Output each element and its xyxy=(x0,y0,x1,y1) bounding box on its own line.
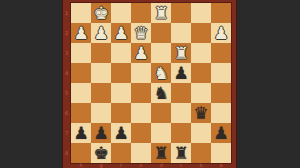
square-e1[interactable] xyxy=(131,3,151,23)
square-c8[interactable]: ♜ xyxy=(171,143,191,163)
rank-label-6: 6 xyxy=(63,103,70,123)
square-e6[interactable] xyxy=(131,103,151,123)
square-f8[interactable] xyxy=(111,143,131,163)
file-label-g: g xyxy=(91,163,111,168)
rank-label-1: 1 xyxy=(63,3,70,23)
square-h5[interactable] xyxy=(71,83,91,103)
square-c7[interactable] xyxy=(171,123,191,143)
square-b1[interactable] xyxy=(191,3,211,23)
square-a8[interactable] xyxy=(211,143,231,163)
square-d5[interactable]: ♞ xyxy=(151,83,171,103)
square-b8[interactable] xyxy=(191,143,211,163)
square-b4[interactable] xyxy=(191,63,211,83)
square-f7[interactable]: ♟ xyxy=(111,123,131,143)
piece-black-pawn: ♟ xyxy=(71,123,91,143)
piece-white-pawn: ♟ xyxy=(211,23,231,43)
letterboxed-screenshot: ♚♜♟♟♟♛♟♟♜♞♟♞♛♟♟♟♟♚♜♜ 12345678 hgfedcba xyxy=(0,0,300,168)
square-a1[interactable] xyxy=(211,3,231,23)
square-h8[interactable] xyxy=(71,143,91,163)
square-g3[interactable] xyxy=(91,43,111,63)
piece-black-queen: ♛ xyxy=(191,103,211,123)
piece-black-king: ♚ xyxy=(91,143,111,163)
square-g4[interactable] xyxy=(91,63,111,83)
square-d8[interactable]: ♜ xyxy=(151,143,171,163)
chessboard: ♚♜♟♟♟♛♟♟♜♞♟♞♛♟♟♟♟♚♜♜ xyxy=(71,3,231,163)
square-e8[interactable] xyxy=(131,143,151,163)
square-f6[interactable] xyxy=(111,103,131,123)
square-h2[interactable]: ♟ xyxy=(71,23,91,43)
square-h4[interactable] xyxy=(71,63,91,83)
square-c6[interactable] xyxy=(171,103,191,123)
square-d3[interactable] xyxy=(151,43,171,63)
square-b7[interactable] xyxy=(191,123,211,143)
square-d4[interactable]: ♞ xyxy=(151,63,171,83)
square-a6[interactable] xyxy=(211,103,231,123)
file-label-b: b xyxy=(191,163,211,168)
square-b3[interactable] xyxy=(191,43,211,63)
square-a2[interactable]: ♟ xyxy=(211,23,231,43)
piece-white-queen: ♛ xyxy=(131,23,151,43)
square-c4[interactable]: ♟ xyxy=(171,63,191,83)
square-a7[interactable]: ♟ xyxy=(211,123,231,143)
square-c2[interactable] xyxy=(171,23,191,43)
square-d1[interactable]: ♜ xyxy=(151,3,171,23)
square-f5[interactable] xyxy=(111,83,131,103)
rank-label-4: 4 xyxy=(63,63,70,83)
square-g2[interactable]: ♟ xyxy=(91,23,111,43)
square-e5[interactable] xyxy=(131,83,151,103)
square-a3[interactable] xyxy=(211,43,231,63)
square-e3[interactable]: ♟ xyxy=(131,43,151,63)
piece-black-pawn: ♟ xyxy=(111,123,131,143)
square-h6[interactable] xyxy=(71,103,91,123)
piece-white-pawn: ♟ xyxy=(111,23,131,43)
rank-label-7: 7 xyxy=(63,123,70,143)
rank-label-5: 5 xyxy=(63,83,70,103)
piece-black-rook: ♜ xyxy=(151,143,171,163)
square-g8[interactable]: ♚ xyxy=(91,143,111,163)
square-b6[interactable]: ♛ xyxy=(191,103,211,123)
piece-black-pawn: ♟ xyxy=(91,123,111,143)
piece-white-pawn: ♟ xyxy=(91,23,111,43)
piece-black-knight: ♞ xyxy=(151,83,171,103)
square-c1[interactable] xyxy=(171,3,191,23)
square-c5[interactable] xyxy=(171,83,191,103)
piece-black-pawn: ♟ xyxy=(171,63,191,83)
square-d7[interactable] xyxy=(151,123,171,143)
square-e4[interactable] xyxy=(131,63,151,83)
square-g7[interactable]: ♟ xyxy=(91,123,111,143)
square-a4[interactable] xyxy=(211,63,231,83)
square-g5[interactable] xyxy=(91,83,111,103)
square-f3[interactable] xyxy=(111,43,131,63)
square-e2[interactable]: ♛ xyxy=(131,23,151,43)
square-a5[interactable] xyxy=(211,83,231,103)
piece-white-pawn: ♟ xyxy=(131,43,151,63)
piece-white-pawn: ♟ xyxy=(71,23,91,43)
square-d6[interactable] xyxy=(151,103,171,123)
board-frame: ♚♜♟♟♟♛♟♟♜♞♟♞♛♟♟♟♟♚♜♜ 12345678 hgfedcba xyxy=(62,0,237,168)
file-label-c: c xyxy=(171,163,191,168)
square-f1[interactable] xyxy=(111,3,131,23)
square-f4[interactable] xyxy=(111,63,131,83)
piece-white-king: ♚ xyxy=(91,3,111,23)
square-e7[interactable] xyxy=(131,123,151,143)
square-c3[interactable]: ♜ xyxy=(171,43,191,63)
rank-label-3: 3 xyxy=(63,43,70,63)
piece-black-rook: ♜ xyxy=(171,143,191,163)
square-b2[interactable] xyxy=(191,23,211,43)
square-h3[interactable] xyxy=(71,43,91,63)
square-h1[interactable] xyxy=(71,3,91,23)
piece-black-pawn: ♟ xyxy=(211,123,231,143)
rank-label-2: 2 xyxy=(63,23,70,43)
file-label-a: a xyxy=(211,163,231,168)
file-label-e: e xyxy=(131,163,151,168)
square-d2[interactable] xyxy=(151,23,171,43)
piece-white-knight: ♞ xyxy=(151,63,171,83)
piece-white-rook: ♜ xyxy=(171,43,191,63)
file-label-h: h xyxy=(71,163,91,168)
piece-white-rook: ♜ xyxy=(151,3,171,23)
square-b5[interactable] xyxy=(191,83,211,103)
square-h7[interactable]: ♟ xyxy=(71,123,91,143)
file-label-d: d xyxy=(151,163,171,168)
file-label-f: f xyxy=(111,163,131,168)
square-g6[interactable] xyxy=(91,103,111,123)
square-g1[interactable]: ♚ xyxy=(91,3,111,23)
square-f2[interactable]: ♟ xyxy=(111,23,131,43)
rank-label-8: 8 xyxy=(63,143,70,163)
